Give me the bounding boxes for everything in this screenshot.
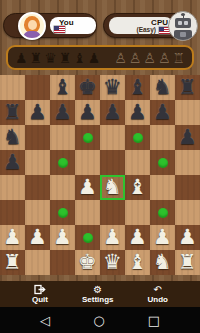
square-c5[interactable] [50,150,75,175]
square-a1[interactable]: ♜ [0,250,25,275]
square-e1[interactable]: ♛ [100,250,125,275]
square-a6[interactable]: ♞ [0,125,25,150]
square-d3[interactable] [75,200,100,225]
piece-bR: ♜ [0,100,25,125]
captured-black-ghosts: ♟♜♛♜♝♟ [15,51,100,65]
square-c1[interactable] [50,250,75,275]
square-g8[interactable]: ♞ [150,75,175,100]
avatar-torso [23,31,41,39]
player-name-pill-you: You [50,17,96,34]
ghost-piece-icon: ♖ [172,51,185,65]
piece-wR: ♜ [0,250,25,275]
piece-bR: ♜ [175,75,200,100]
square-a2[interactable]: ♟ [0,225,25,250]
square-c8[interactable]: ♝ [50,75,75,100]
square-c3[interactable] [50,200,75,225]
square-e6[interactable] [100,125,125,150]
square-e5[interactable] [100,150,125,175]
gear-icon: ⚙ [93,284,102,295]
undo-icon: ↶ [154,284,162,295]
ghost-piece-icon: ♛ [44,51,57,65]
piece-bP: ♟ [25,100,50,125]
ghost-piece-icon: ♙ [143,51,156,65]
square-g7[interactable]: ♟ [150,100,175,125]
square-b1[interactable] [25,250,50,275]
square-f7[interactable]: ♟ [125,100,150,125]
square-d7[interactable]: ♟ [75,100,100,125]
legal-move-dot[interactable] [158,208,168,218]
robot-eye [178,21,182,25]
captured-pieces-tray: ♟♜♛♜♝♟ ♙♙♙♙♖ [6,45,194,70]
ghost-piece-icon: ♝ [73,51,86,65]
undo-button[interactable]: ↶ Undo [148,284,168,305]
square-b8[interactable] [25,75,50,100]
square-f3[interactable] [125,200,150,225]
square-c6[interactable] [50,125,75,150]
player-name-pill-cpu: CPU (Easy) [109,17,173,34]
square-f8[interactable]: ♝ [125,75,150,100]
square-g1[interactable]: ♞ [150,250,175,275]
piece-wP: ♟ [100,225,125,250]
exit-icon [34,284,46,295]
piece-wP: ♟ [150,225,175,250]
square-d2[interactable] [75,225,100,250]
square-e2[interactable]: ♟ [100,225,125,250]
ghost-piece-icon: ♟ [88,51,101,65]
piece-bK: ♚ [75,75,100,100]
ghost-piece-icon: ♜ [59,51,72,65]
square-h3[interactable] [175,200,200,225]
square-b4[interactable] [25,175,50,200]
square-h8[interactable]: ♜ [175,75,200,100]
piece-wK: ♚ [75,250,100,275]
nav-home-icon[interactable]: ○ [87,313,110,328]
square-c7[interactable]: ♟ [50,100,75,125]
square-e3[interactable] [100,200,125,225]
piece-wQ: ♛ [100,250,125,275]
avatar-you [18,12,46,40]
chess-board[interactable]: ♝♚♛♝♞♜♜♟♟♟♟♟♟♞♟♟♟♞♝♟♟♟♟♟♟♟♜♚♛♝♞♜ [0,75,200,275]
piece-wP: ♟ [175,225,200,250]
square-c2[interactable]: ♟ [50,225,75,250]
ghost-piece-icon: ♜ [30,51,43,65]
square-f1[interactable]: ♝ [125,250,150,275]
piece-bB: ♝ [50,75,75,100]
piece-wB: ♝ [125,175,150,200]
piece-bP: ♟ [100,100,125,125]
quit-label: Quit [32,295,48,305]
quit-button[interactable]: Quit [32,284,48,305]
square-g5[interactable] [150,150,175,175]
piece-wP: ♟ [0,225,25,250]
legal-move-dot[interactable] [158,158,168,168]
nav-recents-icon[interactable]: □ [142,313,166,328]
settings-label: Settings [82,295,114,305]
square-a5[interactable]: ♟ [0,150,25,175]
piece-bP: ♟ [50,100,75,125]
square-f2[interactable]: ♟ [125,225,150,250]
ghost-piece-icon: ♟ [15,51,28,65]
legal-move-dot[interactable] [83,233,93,243]
piece-wN: ♞ [150,250,175,275]
legal-move-dot[interactable] [58,208,68,218]
square-e4[interactable]: ♞ [100,175,125,200]
square-b5[interactable] [25,150,50,175]
piece-bP: ♟ [75,100,100,125]
square-e7[interactable]: ♟ [100,100,125,125]
square-d6[interactable] [75,125,100,150]
us-flag-icon-you [54,26,65,33]
square-h6[interactable]: ♟ [175,125,200,150]
square-d4[interactable]: ♟ [75,175,100,200]
square-e8[interactable]: ♛ [100,75,125,100]
square-a7[interactable]: ♜ [0,100,25,125]
legal-move-dot[interactable] [133,133,143,143]
robot-eye [184,21,188,25]
nav-back-icon[interactable]: ◁ [34,313,56,328]
piece-bP: ♟ [125,100,150,125]
undo-label: Undo [148,295,168,305]
square-h7[interactable] [175,100,200,125]
ghost-piece-icon: ♙ [114,51,127,65]
piece-bB: ♝ [125,75,150,100]
robot-panel [180,32,186,37]
square-a8[interactable] [0,75,25,100]
captured-white-ghosts: ♙♙♙♙♖ [114,51,185,65]
square-c4[interactable] [50,175,75,200]
legal-move-dot[interactable] [58,158,68,168]
square-f4[interactable]: ♝ [125,175,150,200]
square-g2[interactable]: ♟ [150,225,175,250]
piece-wP: ♟ [125,225,150,250]
square-h1[interactable]: ♜ [175,250,200,275]
piece-wP: ♟ [25,225,50,250]
piece-bN: ♞ [0,125,25,150]
ghost-piece-icon: ♙ [129,51,142,65]
piece-wR: ♜ [175,250,200,275]
chess-app-screen: You CPU (Easy) ♟♜♛♜♝♟ ♙♙♙♙♖ ♝♚♛♝♞♜♜♟♟♟♟♟… [0,0,200,333]
piece-wN: ♞ [100,175,125,200]
android-nav-bar: ◁ ○ □ [0,307,200,333]
settings-button[interactable]: ⚙ Settings [82,284,114,305]
piece-bN: ♞ [150,75,175,100]
piece-wP: ♟ [50,225,75,250]
piece-bQ: ♛ [100,75,125,100]
square-b2[interactable]: ♟ [25,225,50,250]
robot-avatar-cpu [168,11,198,41]
square-a4[interactable] [0,175,25,200]
square-h5[interactable] [175,150,200,175]
square-d1[interactable]: ♚ [75,250,100,275]
piece-wB: ♝ [125,250,150,275]
legal-move-dot[interactable] [83,133,93,143]
ghost-piece-icon: ♙ [158,51,171,65]
square-g4[interactable] [150,175,175,200]
square-d8[interactable]: ♚ [75,75,100,100]
square-a3[interactable] [0,200,25,225]
square-g6[interactable] [150,125,175,150]
square-f5[interactable] [125,150,150,175]
piece-bP: ♟ [0,150,25,175]
square-f6[interactable] [125,125,150,150]
piece-bP: ♟ [175,125,200,150]
robot-head [175,18,191,28]
square-h2[interactable]: ♟ [175,225,200,250]
square-d5[interactable] [75,150,100,175]
piece-wP: ♟ [75,175,100,200]
robot-antenna-bulb [181,13,185,16]
square-b6[interactable] [25,125,50,150]
square-g3[interactable] [150,200,175,225]
square-b3[interactable] [25,200,50,225]
square-h4[interactable] [175,175,200,200]
piece-bP: ♟ [150,100,175,125]
action-bar: Quit ⚙ Settings ↶ Undo [0,281,200,307]
avatar-face [28,20,37,30]
square-b7[interactable]: ♟ [25,100,50,125]
cpu-difficulty-label: (Easy) [136,26,156,33]
